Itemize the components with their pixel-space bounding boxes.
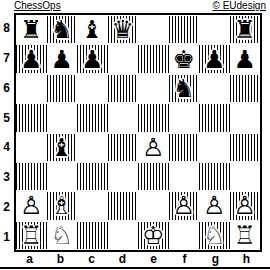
square-h7: ♟ (230, 44, 261, 73)
piece-black-pawn: ♟ (16, 44, 47, 73)
square-b3 (47, 162, 78, 191)
piece-white-rook: ♜♖ (230, 221, 261, 250)
square-e5 (138, 103, 169, 132)
piece-outline-glyph: ♙ (16, 191, 47, 220)
square-a7: ♟ (16, 44, 47, 73)
piece-glyph: ♚ (173, 47, 195, 72)
rank-label-3: 3 (0, 162, 13, 192)
square-g1: ♞♘ (199, 221, 230, 250)
board: ♜♞♝♛♜♟♟♟♚♟♟♞♝♟♙♟♙♝♗♟♙♟♙♟♙♜♖♞♘♚♔♞♘♜♖ (14, 13, 262, 252)
rank-label-5: 5 (0, 103, 13, 133)
piece-black-rook: ♜ (16, 15, 47, 44)
square-g3 (199, 162, 230, 191)
piece-white-pawn: ♟♙ (169, 191, 200, 220)
piece-white-pawn: ♟♙ (230, 191, 261, 220)
square-b2: ♝♗ (47, 191, 78, 220)
square-a6 (16, 74, 47, 103)
piece-white-pawn: ♟♙ (199, 191, 230, 220)
piece-glyph: ♞ (51, 17, 73, 42)
file-label-c: c (76, 252, 107, 266)
bottom-divider (0, 267, 270, 269)
rank-label-8: 8 (0, 13, 13, 43)
square-g6 (199, 74, 230, 103)
square-c5 (77, 103, 108, 132)
piece-glyph: ♟ (203, 47, 225, 72)
square-a2: ♟♙ (16, 191, 47, 220)
square-f1 (169, 221, 200, 250)
rank-labels: 87654321 (0, 13, 13, 252)
square-d4 (108, 133, 139, 162)
piece-outline-glyph: ♘ (47, 221, 78, 250)
square-f6: ♞ (169, 74, 200, 103)
piece-black-king: ♚ (169, 44, 200, 73)
square-c1 (77, 221, 108, 250)
square-b7: ♟ (47, 44, 78, 73)
piece-black-rook: ♜ (230, 15, 261, 44)
square-d8: ♛ (108, 15, 139, 44)
file-label-g: g (200, 252, 231, 266)
piece-white-pawn: ♟♙ (16, 191, 47, 220)
piece-outline-glyph: ♖ (230, 221, 261, 250)
square-a1: ♜♖ (16, 221, 47, 250)
piece-black-pawn: ♟ (47, 44, 78, 73)
app-title-link[interactable]: ChessOps (14, 0, 61, 12)
square-g2: ♟♙ (199, 191, 230, 220)
square-e4: ♟♙ (138, 133, 169, 162)
piece-white-rook: ♜♖ (16, 221, 47, 250)
square-h5 (230, 103, 261, 132)
piece-glyph: ♝ (81, 17, 103, 42)
square-d7 (108, 44, 139, 73)
piece-white-pawn: ♟♙ (138, 133, 169, 162)
piece-glyph: ♜ (20, 17, 42, 42)
piece-black-pawn: ♟ (199, 44, 230, 73)
page: { "game": "chess", "header": { "app_titl… (0, 0, 270, 270)
square-d2 (108, 191, 139, 220)
piece-black-pawn: ♟ (77, 44, 108, 73)
rank-label-2: 2 (0, 192, 13, 222)
square-f4 (169, 133, 200, 162)
square-b5 (47, 103, 78, 132)
square-a5 (16, 103, 47, 132)
piece-black-knight: ♞ (169, 74, 200, 103)
file-label-e: e (138, 252, 169, 266)
square-c3 (77, 162, 108, 191)
rank-label-1: 1 (0, 222, 13, 252)
square-c2 (77, 191, 108, 220)
square-a4 (16, 133, 47, 162)
piece-outline-glyph: ♙ (230, 191, 261, 220)
square-e7 (138, 44, 169, 73)
square-h1: ♜♖ (230, 221, 261, 250)
square-b4: ♝ (47, 133, 78, 162)
piece-outline-glyph: ♙ (169, 191, 200, 220)
rank-label-6: 6 (0, 73, 13, 103)
piece-glyph: ♟ (81, 47, 103, 72)
file-label-a: a (14, 252, 45, 266)
file-label-f: f (169, 252, 200, 266)
file-label-h: h (231, 252, 262, 266)
piece-outline-glyph: ♖ (16, 221, 47, 250)
piece-black-bishop: ♝ (47, 133, 78, 162)
piece-white-bishop: ♝♗ (47, 191, 78, 220)
square-b6 (47, 74, 78, 103)
piece-black-queen: ♛ (108, 15, 139, 44)
square-g4 (199, 133, 230, 162)
piece-black-pawn: ♟ (230, 44, 261, 73)
square-d6 (108, 74, 139, 103)
square-e1: ♚♔ (138, 221, 169, 250)
square-d5 (108, 103, 139, 132)
square-f5 (169, 103, 200, 132)
piece-glyph: ♜ (234, 17, 256, 42)
square-h2: ♟♙ (230, 191, 261, 220)
piece-outline-glyph: ♔ (138, 221, 169, 250)
square-g8 (199, 15, 230, 44)
file-labels: abcdefgh (14, 252, 262, 266)
square-d3 (108, 162, 139, 191)
square-c7: ♟ (77, 44, 108, 73)
square-b8: ♞ (47, 15, 78, 44)
square-f3 (169, 162, 200, 191)
piece-outline-glyph: ♙ (138, 133, 169, 162)
square-f2: ♟♙ (169, 191, 200, 220)
square-f7: ♚ (169, 44, 200, 73)
file-label-d: d (107, 252, 138, 266)
square-f8 (169, 15, 200, 44)
piece-outline-glyph: ♙ (199, 191, 230, 220)
square-d1 (108, 221, 139, 250)
piece-white-knight: ♞♘ (47, 221, 78, 250)
square-c6 (77, 74, 108, 103)
rank-label-4: 4 (0, 133, 13, 163)
piece-glyph: ♟ (234, 47, 256, 72)
piece-outline-glyph: ♘ (199, 221, 230, 250)
square-b1: ♞♘ (47, 221, 78, 250)
square-e6 (138, 74, 169, 103)
square-g7: ♟ (199, 44, 230, 73)
piece-white-knight: ♞♘ (199, 221, 230, 250)
square-h6 (230, 74, 261, 103)
piece-black-knight: ♞ (47, 15, 78, 44)
square-a3 (16, 162, 47, 191)
square-c8: ♝ (77, 15, 108, 44)
piece-outline-glyph: ♗ (47, 191, 78, 220)
file-label-b: b (45, 252, 76, 266)
piece-glyph: ♟ (20, 47, 42, 72)
square-e2 (138, 191, 169, 220)
piece-white-king: ♚♔ (138, 221, 169, 250)
piece-glyph: ♟ (51, 47, 73, 72)
square-a8: ♜ (16, 15, 47, 44)
piece-glyph: ♝ (51, 135, 73, 160)
square-h4 (230, 133, 261, 162)
square-h3 (230, 162, 261, 191)
square-g5 (199, 103, 230, 132)
piece-black-bishop: ♝ (77, 15, 108, 44)
square-c4 (77, 133, 108, 162)
rank-label-7: 7 (0, 43, 13, 73)
piece-glyph: ♞ (173, 76, 195, 101)
square-e3 (138, 162, 169, 191)
piece-glyph: ♛ (112, 17, 134, 42)
credit-link[interactable]: © EUdesign (212, 0, 266, 12)
square-h8: ♜ (230, 15, 261, 44)
square-e8 (138, 15, 169, 44)
